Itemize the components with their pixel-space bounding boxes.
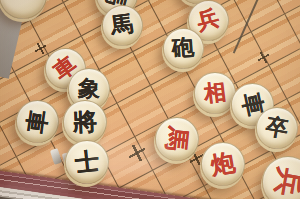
piece-red-elephant[interactable]: 相 [194,72,236,114]
piece-red-soldier-bottom[interactable]: 兵 [262,156,300,199]
piece-black-horse[interactable]: 馬 [102,5,143,46]
piece-red-cannon[interactable]: 炮 [201,142,245,186]
piece-glyph: 將 [73,110,98,135]
piece-glyph: 卒 [264,115,289,140]
piece-glyph: 象 [77,77,100,100]
piece-glyph: 兵 [272,166,300,198]
piece-glyph: 砲 [171,36,194,59]
watermark [92,142,170,174]
piece-black-soldier[interactable]: 卒 [256,107,298,149]
piece-glyph: 相 [203,81,228,106]
piece-partial-top-left[interactable] [0,0,47,19]
piece-black-general[interactable]: 將 [63,100,107,144]
piece-black-chariot-left[interactable]: 車 [16,100,59,143]
watermark [6,180,72,193]
xiangqi-photo: 馬馬兵砲車象相車卒車將馬士炮兵 [0,0,300,199]
piece-glyph: 馬 [110,13,135,38]
piece-glyph: 車 [24,108,50,134]
piece-glyph: 炮 [209,150,237,178]
piece-black-cannon[interactable]: 砲 [163,28,204,69]
piece-glyph: 兵 [195,7,222,34]
